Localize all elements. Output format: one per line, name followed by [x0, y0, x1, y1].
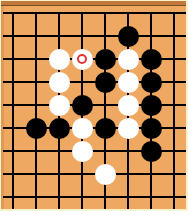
- black-stone: [26, 118, 47, 139]
- black-stone: [72, 95, 93, 116]
- white-stone: [118, 72, 139, 93]
- board-intersection[interactable]: [140, 48, 163, 71]
- black-stone: [141, 72, 162, 93]
- board-intersection[interactable]: [94, 48, 117, 71]
- black-stone: [118, 26, 139, 47]
- board-intersection[interactable]: [71, 48, 94, 71]
- black-stone: [49, 118, 70, 139]
- board-intersection[interactable]: [94, 71, 117, 94]
- board-intersection[interactable]: [71, 94, 94, 117]
- black-stone: [141, 95, 162, 116]
- board-intersection[interactable]: [117, 94, 140, 117]
- board-intersection[interactable]: [48, 117, 71, 140]
- go-board[interactable]: [1, 1, 186, 209]
- board-intersection[interactable]: [117, 117, 140, 140]
- white-stone: [118, 95, 139, 116]
- go-board-diagram: [0, 0, 188, 211]
- black-stone: [95, 72, 116, 93]
- black-stone: [141, 141, 162, 162]
- board-intersection[interactable]: [140, 71, 163, 94]
- white-stone: [95, 164, 116, 185]
- white-stone: [72, 118, 93, 139]
- white-stone: [72, 141, 93, 162]
- board-intersection[interactable]: [117, 48, 140, 71]
- white-stone: [118, 49, 139, 70]
- black-stone: [141, 49, 162, 70]
- white-stone: [49, 49, 70, 70]
- stones-layer: [2, 2, 186, 209]
- board-intersection[interactable]: [140, 140, 163, 163]
- board-intersection[interactable]: [71, 117, 94, 140]
- board-intersection[interactable]: [48, 71, 71, 94]
- white-stone: [49, 95, 70, 116]
- black-stone: [95, 118, 116, 139]
- board-intersection[interactable]: [25, 117, 48, 140]
- black-stone: [141, 118, 162, 139]
- board-intersection[interactable]: [71, 140, 94, 163]
- board-intersection[interactable]: [140, 117, 163, 140]
- board-intersection[interactable]: [117, 71, 140, 94]
- board-intersection[interactable]: [94, 163, 117, 186]
- white-stone: [118, 118, 139, 139]
- board-intersection[interactable]: [48, 94, 71, 117]
- board-intersection[interactable]: [140, 94, 163, 117]
- red-circle-marker-icon: [77, 54, 87, 64]
- marked-white-stone: [72, 49, 93, 70]
- board-intersection[interactable]: [48, 48, 71, 71]
- board-intersection[interactable]: [94, 117, 117, 140]
- white-stone: [49, 72, 70, 93]
- board-intersection[interactable]: [117, 25, 140, 48]
- black-stone: [95, 49, 116, 70]
